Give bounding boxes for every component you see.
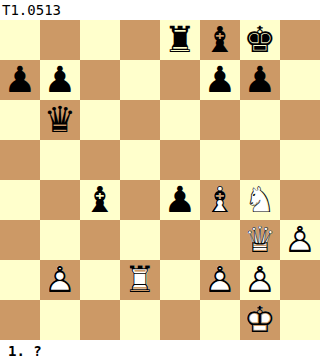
square-h8[interactable]: [280, 20, 320, 60]
piece-black-rook: ♜: [160, 20, 200, 60]
square-c8[interactable]: [80, 20, 120, 60]
square-h3[interactable]: ♟♙: [280, 220, 320, 260]
piece-fill: ♜: [120, 260, 160, 300]
piece-fill: ♛: [240, 220, 280, 260]
square-c6[interactable]: [80, 100, 120, 140]
piece-white-pawn: ♟♙: [40, 260, 80, 300]
piece-outline: ♙: [40, 260, 80, 300]
square-b5[interactable]: [40, 140, 80, 180]
piece-outline: ♙: [240, 260, 280, 300]
square-g5[interactable]: [240, 140, 280, 180]
square-b2[interactable]: ♟♙: [40, 260, 80, 300]
piece-black-bishop: ♝: [200, 20, 240, 60]
square-a6[interactable]: [0, 100, 40, 140]
piece-outline: ♔: [240, 300, 280, 340]
square-d3[interactable]: [120, 220, 160, 260]
square-a3[interactable]: [0, 220, 40, 260]
square-f7[interactable]: ♟: [200, 60, 240, 100]
piece-black-bishop: ♝: [80, 180, 120, 220]
puzzle-title: T1.0513: [0, 0, 320, 20]
square-a4[interactable]: [0, 180, 40, 220]
piece-glyph: ♟: [240, 60, 280, 100]
piece-black-pawn: ♟: [160, 180, 200, 220]
square-f6[interactable]: [200, 100, 240, 140]
square-g7[interactable]: ♟: [240, 60, 280, 100]
square-h2[interactable]: [280, 260, 320, 300]
piece-fill: ♞: [240, 180, 280, 220]
piece-fill: ♝: [200, 180, 240, 220]
square-b8[interactable]: [40, 20, 80, 60]
square-e5[interactable]: [160, 140, 200, 180]
piece-glyph: ♝: [80, 180, 120, 220]
square-d1[interactable]: [120, 300, 160, 340]
square-g3[interactable]: ♛♕: [240, 220, 280, 260]
piece-black-pawn: ♟: [200, 60, 240, 100]
square-h1[interactable]: [280, 300, 320, 340]
square-b7[interactable]: ♟: [40, 60, 80, 100]
square-d2[interactable]: ♜♖: [120, 260, 160, 300]
square-h6[interactable]: [280, 100, 320, 140]
square-e3[interactable]: [160, 220, 200, 260]
square-d8[interactable]: [120, 20, 160, 60]
piece-black-pawn: ♟: [0, 60, 40, 100]
square-f8[interactable]: ♝: [200, 20, 240, 60]
chess-board: ♜♝♚♟♟♟♟♛♝♟♝♗♞♘♛♕♟♙♟♙♜♖♟♙♟♙♚♔: [0, 20, 320, 340]
piece-black-queen: ♛: [40, 100, 80, 140]
square-d5[interactable]: [120, 140, 160, 180]
square-a8[interactable]: [0, 20, 40, 60]
piece-fill: ♟: [280, 220, 320, 260]
square-e1[interactable]: [160, 300, 200, 340]
square-d6[interactable]: [120, 100, 160, 140]
piece-white-king: ♚♔: [240, 300, 280, 340]
square-f2[interactable]: ♟♙: [200, 260, 240, 300]
piece-outline: ♙: [280, 220, 320, 260]
piece-outline: ♗: [200, 180, 240, 220]
piece-white-pawn: ♟♙: [240, 260, 280, 300]
piece-fill: ♚: [240, 300, 280, 340]
square-e4[interactable]: ♟: [160, 180, 200, 220]
square-h4[interactable]: [280, 180, 320, 220]
square-c1[interactable]: [80, 300, 120, 340]
square-e6[interactable]: [160, 100, 200, 140]
square-c7[interactable]: [80, 60, 120, 100]
square-g8[interactable]: ♚: [240, 20, 280, 60]
square-h7[interactable]: [280, 60, 320, 100]
piece-outline: ♖: [120, 260, 160, 300]
piece-white-pawn: ♟♙: [200, 260, 240, 300]
piece-black-king: ♚: [240, 20, 280, 60]
square-h5[interactable]: [280, 140, 320, 180]
piece-glyph: ♝: [200, 20, 240, 60]
piece-fill: ♟: [40, 260, 80, 300]
piece-outline: ♕: [240, 220, 280, 260]
square-b1[interactable]: [40, 300, 80, 340]
square-b6[interactable]: ♛: [40, 100, 80, 140]
square-b4[interactable]: [40, 180, 80, 220]
square-a7[interactable]: ♟: [0, 60, 40, 100]
piece-black-pawn: ♟: [40, 60, 80, 100]
piece-white-knight: ♞♘: [240, 180, 280, 220]
square-d7[interactable]: [120, 60, 160, 100]
square-d4[interactable]: [120, 180, 160, 220]
square-c4[interactable]: ♝: [80, 180, 120, 220]
square-e8[interactable]: ♜: [160, 20, 200, 60]
square-a2[interactable]: [0, 260, 40, 300]
square-g2[interactable]: ♟♙: [240, 260, 280, 300]
piece-white-bishop: ♝♗: [200, 180, 240, 220]
square-g1[interactable]: ♚♔: [240, 300, 280, 340]
square-g4[interactable]: ♞♘: [240, 180, 280, 220]
piece-glyph: ♟: [160, 180, 200, 220]
square-c5[interactable]: [80, 140, 120, 180]
square-e7[interactable]: [160, 60, 200, 100]
piece-outline: ♘: [240, 180, 280, 220]
piece-glyph: ♟: [0, 60, 40, 100]
chess-puzzle-page: T1.0513 ♜♝♚♟♟♟♟♛♝♟♝♗♞♘♛♕♟♙♟♙♜♖♟♙♟♙♚♔ 1. …: [0, 0, 320, 360]
square-f5[interactable]: [200, 140, 240, 180]
piece-fill: ♟: [240, 260, 280, 300]
move-prompt: 1. ?: [0, 340, 320, 360]
piece-glyph: ♜: [160, 20, 200, 60]
square-f3[interactable]: [200, 220, 240, 260]
piece-black-pawn: ♟: [240, 60, 280, 100]
piece-glyph: ♟: [40, 60, 80, 100]
square-g6[interactable]: [240, 100, 280, 140]
piece-white-pawn: ♟♙: [280, 220, 320, 260]
piece-fill: ♟: [200, 260, 240, 300]
square-f1[interactable]: [200, 300, 240, 340]
piece-glyph: ♟: [200, 60, 240, 100]
square-b3[interactable]: [40, 220, 80, 260]
square-a5[interactable]: [0, 140, 40, 180]
piece-glyph: ♚: [240, 20, 280, 60]
square-f4[interactable]: ♝♗: [200, 180, 240, 220]
piece-glyph: ♛: [40, 100, 80, 140]
square-c2[interactable]: [80, 260, 120, 300]
piece-white-rook: ♜♖: [120, 260, 160, 300]
piece-white-queen: ♛♕: [240, 220, 280, 260]
square-c3[interactable]: [80, 220, 120, 260]
piece-outline: ♙: [200, 260, 240, 300]
square-e2[interactable]: [160, 260, 200, 300]
square-a1[interactable]: [0, 300, 40, 340]
